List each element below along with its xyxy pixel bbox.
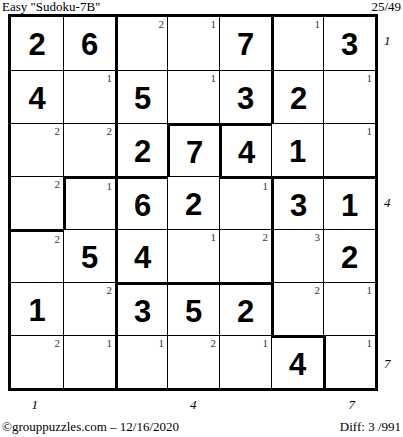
pencil-mark: 1 [159, 337, 165, 349]
given-digit: 2 [168, 177, 219, 229]
given-digit: 7 [170, 126, 219, 176]
pencil-mark: 2 [107, 284, 113, 296]
pencil-mark: 2 [55, 233, 61, 245]
pencil-mark: 3 [315, 231, 321, 243]
cell-r1c4[interactable]: 1 [167, 17, 219, 70]
cell-r4c1[interactable]: 2 [11, 176, 63, 229]
cell-r2c3[interactable]: 5 [115, 70, 167, 123]
cell-r1c1[interactable]: 2 [11, 17, 63, 70]
pencil-mark: 2 [211, 337, 217, 349]
cell-r3c4[interactable]: 7 [167, 123, 219, 176]
cell-r4c2[interactable]: 1 [63, 176, 115, 229]
cell-r2c7[interactable]: 1 [323, 70, 375, 123]
given-digit: 1 [11, 283, 63, 335]
sudoku-board: 2621713415132122274112162131254123212352… [8, 14, 378, 391]
pencil-mark: 2 [55, 125, 61, 137]
cell-r7c3[interactable]: 1 [115, 335, 167, 388]
cell-r6c5[interactable]: 2 [219, 282, 271, 335]
given-digit: 6 [118, 179, 167, 229]
pencil-mark: 1 [367, 72, 373, 84]
pencil-mark: 2 [263, 231, 269, 243]
cell-r3c2[interactable]: 2 [63, 123, 115, 176]
given-digit: 1 [324, 179, 375, 229]
given-digit: 4 [222, 126, 271, 176]
given-digit: 2 [274, 71, 323, 123]
pencil-mark: 2 [107, 125, 113, 137]
cell-r1c6[interactable]: 1 [271, 17, 323, 70]
given-digit: 1 [272, 124, 323, 176]
cell-r3c3[interactable]: 2 [115, 123, 167, 176]
pencil-mark: 1 [107, 72, 113, 84]
given-digit: 5 [118, 71, 167, 123]
cell-r2c6[interactable]: 2 [271, 70, 323, 123]
col-label-4: 4 [190, 398, 197, 412]
cell-r6c2[interactable]: 2 [63, 282, 115, 335]
col-label-7: 7 [349, 398, 356, 412]
pencil-mark: 2 [55, 337, 61, 349]
row-label-7: 7 [384, 357, 391, 371]
given-digit: 2 [324, 230, 375, 282]
cell-r6c6[interactable]: 2 [271, 282, 323, 335]
cell-r4c5[interactable]: 1 [219, 176, 271, 229]
pencil-mark: 1 [263, 337, 269, 349]
cell-r1c3[interactable]: 2 [115, 17, 167, 70]
cell-r5c4[interactable]: 1 [167, 229, 219, 282]
cell-r6c3[interactable]: 3 [115, 282, 167, 335]
cell-r7c7[interactable]: 1 [323, 335, 375, 388]
cell-r3c7[interactable]: 1 [323, 123, 375, 176]
copyright-text: ©grouppuzzles.com – 12/16/2020 [2, 419, 179, 435]
cell-r7c6[interactable]: 4 [271, 335, 323, 388]
cell-r5c6[interactable]: 3 [271, 229, 323, 282]
cell-r5c7[interactable]: 2 [323, 229, 375, 282]
cell-r5c1[interactable]: 2 [11, 229, 63, 282]
pencil-mark: 2 [55, 178, 61, 190]
given-digit: 7 [220, 17, 271, 70]
cell-r7c4[interactable]: 2 [167, 335, 219, 388]
cell-r3c5[interactable]: 4 [219, 123, 271, 176]
given-digit: 3 [220, 71, 271, 123]
given-digit: 4 [11, 71, 63, 123]
given-digit: 4 [272, 338, 323, 388]
cell-r2c2[interactable]: 1 [63, 70, 115, 123]
pencil-mark: 1 [263, 180, 269, 192]
page-title: Easy "Sudoku-7B" [2, 0, 100, 15]
given-digit: 2 [118, 124, 167, 176]
given-digit: 3 [118, 285, 167, 335]
pencil-mark: 1 [367, 125, 373, 137]
pencil-mark: 1 [211, 18, 217, 30]
difficulty-text: Diff: 3 /991 [340, 419, 401, 435]
col-label-1: 1 [31, 398, 38, 412]
pencil-mark: 1 [107, 337, 113, 349]
row-label-1: 1 [384, 34, 391, 48]
cell-r7c2[interactable]: 1 [63, 335, 115, 388]
pencil-mark: 2 [315, 284, 321, 296]
row-label-4: 4 [384, 196, 391, 210]
cell-r4c3[interactable]: 6 [115, 176, 167, 229]
cell-r4c7[interactable]: 1 [323, 176, 375, 229]
cell-r5c5[interactable]: 2 [219, 229, 271, 282]
pencil-mark: 1 [367, 337, 373, 349]
cells-remaining-counter: 25/49 [371, 0, 401, 15]
given-digit: 5 [64, 230, 115, 282]
given-digit: 5 [168, 285, 219, 335]
given-digit: 2 [11, 17, 63, 70]
puzzle-page: Easy "Sudoku-7B" 25/49 26217134151321222… [0, 0, 403, 437]
cell-r7c5[interactable]: 1 [219, 335, 271, 388]
cell-r6c1[interactable]: 1 [11, 282, 63, 335]
pencil-mark: 1 [315, 18, 321, 30]
cell-r1c5[interactable]: 7 [219, 17, 271, 70]
pencil-mark: 1 [211, 72, 217, 84]
cell-r7c1[interactable]: 2 [11, 335, 63, 388]
cell-r4c6[interactable]: 3 [271, 176, 323, 229]
cell-r5c3[interactable]: 4 [115, 229, 167, 282]
pencil-mark: 1 [211, 231, 217, 243]
given-digit: 6 [64, 17, 115, 70]
cell-r5c2[interactable]: 5 [63, 229, 115, 282]
pencil-mark: 2 [159, 18, 165, 30]
cell-r6c4[interactable]: 5 [167, 282, 219, 335]
cell-r1c2[interactable]: 6 [63, 17, 115, 70]
cell-r2c5[interactable]: 3 [219, 70, 271, 123]
cell-r2c4[interactable]: 1 [167, 70, 219, 123]
pencil-mark: 1 [367, 284, 373, 296]
given-digit: 3 [324, 17, 375, 70]
pencil-mark: 1 [107, 180, 113, 192]
cell-r2c1[interactable]: 4 [11, 70, 63, 123]
cell-r3c1[interactable]: 2 [11, 123, 63, 176]
cell-r1c7[interactable]: 3 [323, 17, 375, 70]
given-digit: 4 [118, 230, 167, 282]
cell-r4c4[interactable]: 2 [167, 176, 219, 229]
given-digit: 2 [220, 285, 271, 335]
cell-r3c6[interactable]: 1 [271, 123, 323, 176]
given-digit: 3 [274, 179, 323, 229]
cell-r6c7[interactable]: 1 [323, 282, 375, 335]
